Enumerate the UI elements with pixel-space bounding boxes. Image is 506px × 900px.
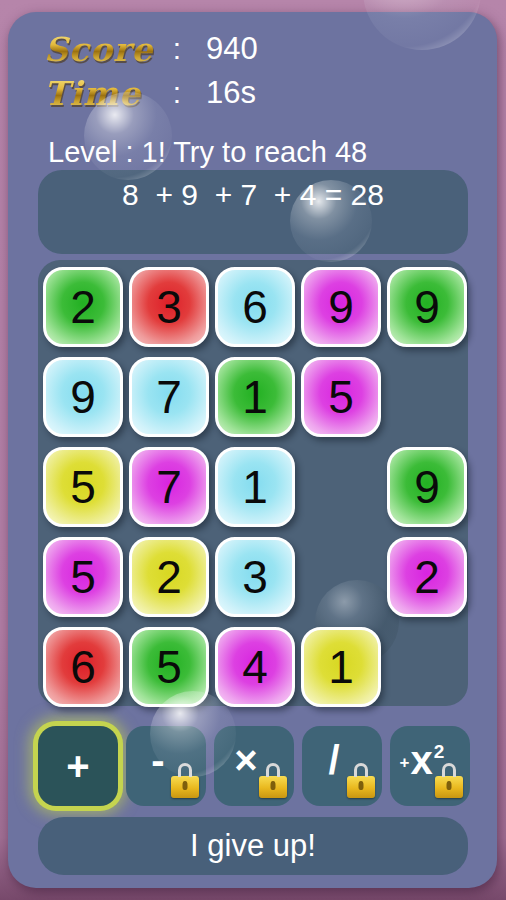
lock-icon (171, 776, 199, 798)
add-glyph: + (66, 746, 89, 786)
give-up-button[interactable]: I give up! (38, 817, 468, 875)
score-colon: : (162, 32, 192, 66)
lock-icon (435, 776, 463, 798)
multiply-glyph: × (234, 740, 257, 780)
subtract-glyph: - (151, 740, 164, 780)
tile-r1c3[interactable]: 6 (215, 267, 295, 347)
operators-row: +-×/+x2 (38, 726, 478, 808)
subtract-operator-button[interactable]: - (126, 726, 206, 806)
tile-r4c3[interactable]: 3 (215, 537, 295, 617)
time-label: Time (44, 74, 162, 113)
equation-text: 8 + 9 + 7 + 4 = 28 (38, 178, 468, 212)
tile-r3c2[interactable]: 7 (129, 447, 209, 527)
tile-r3c5[interactable]: 9 (387, 447, 467, 527)
divide-glyph: / (328, 740, 339, 780)
tile-r5c4[interactable]: 1 (301, 627, 381, 707)
empty-cell-r2c5 (387, 357, 467, 437)
multiply-operator-button[interactable]: × (214, 726, 294, 806)
equation-panel: 8 + 9 + 7 + 4 = 28 (38, 170, 468, 254)
tile-r2c2[interactable]: 7 (129, 357, 209, 437)
tile-r4c1[interactable]: 5 (43, 537, 123, 617)
tile-r5c3[interactable]: 4 (215, 627, 295, 707)
score-row: Score : 940 (44, 28, 258, 70)
time-row: Time : 16s (44, 72, 256, 114)
tile-r4c2[interactable]: 2 (129, 537, 209, 617)
square-glyph: +x2 (400, 740, 445, 780)
score-label: Score (44, 30, 162, 69)
empty-cell-r5c5 (387, 627, 467, 707)
level-text: Level : 1! Try to reach 48 (48, 132, 367, 172)
score-value: 940 (206, 31, 258, 67)
game-board: 236999715571952326541 (38, 260, 468, 706)
tile-r5c1[interactable]: 6 (43, 627, 123, 707)
tile-r4c5[interactable]: 2 (387, 537, 467, 617)
add-operator-button[interactable]: + (38, 726, 118, 806)
tile-r2c1[interactable]: 9 (43, 357, 123, 437)
empty-cell-r4c4 (301, 537, 381, 617)
divide-operator-button[interactable]: / (302, 726, 382, 806)
tile-r1c1[interactable]: 2 (43, 267, 123, 347)
tile-r1c2[interactable]: 3 (129, 267, 209, 347)
tile-r3c1[interactable]: 5 (43, 447, 123, 527)
tile-r1c4[interactable]: 9 (301, 267, 381, 347)
tile-r1c5[interactable]: 9 (387, 267, 467, 347)
tile-r5c2[interactable]: 5 (129, 627, 209, 707)
tile-r2c3[interactable]: 1 (215, 357, 295, 437)
tile-r2c4[interactable]: 5 (301, 357, 381, 437)
square-operator-button[interactable]: +x2 (390, 726, 470, 806)
tile-r3c3[interactable]: 1 (215, 447, 295, 527)
app-panel: Score : 940 Time : 16s Level : 1! Try to… (8, 12, 497, 888)
time-colon: : (162, 76, 192, 110)
lock-icon (259, 776, 287, 798)
time-value: 16s (206, 75, 256, 111)
empty-cell-r3c4 (301, 447, 381, 527)
lock-icon (347, 776, 375, 798)
